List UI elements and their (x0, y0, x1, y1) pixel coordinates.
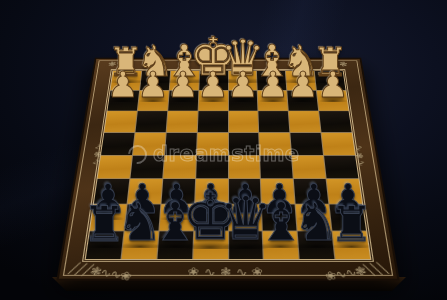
square-g7 (125, 205, 160, 231)
square-d6 (229, 179, 262, 204)
square-b3 (289, 111, 321, 132)
square-f7 (159, 205, 194, 231)
square-a6 (327, 179, 362, 204)
square-c1 (257, 71, 286, 90)
square-h1 (111, 71, 142, 90)
square-c6 (261, 179, 295, 204)
frame-carving-ornament: ❀∿∿❃╲╲╲ (324, 262, 388, 282)
square-d7 (229, 205, 263, 231)
square-d4 (228, 133, 259, 155)
square-h4 (101, 133, 134, 155)
square-c4 (260, 133, 292, 155)
square-e5 (196, 155, 228, 178)
frame-carving-ornament: ❋∿❃ (323, 58, 349, 68)
square-b4 (291, 133, 323, 155)
square-h3 (104, 111, 136, 132)
square-a1 (315, 71, 346, 90)
square-d3 (228, 111, 258, 132)
square-g3 (135, 111, 167, 132)
square-f2 (168, 91, 198, 111)
square-b6 (294, 179, 328, 204)
square-b7 (296, 205, 331, 231)
square-f5 (163, 155, 196, 178)
square-e7 (194, 205, 228, 231)
square-b5 (292, 155, 325, 178)
square-f1 (169, 71, 198, 90)
square-e6 (195, 179, 228, 204)
square-a5 (324, 155, 358, 178)
frame-carving-ornament: ❀∿❃∿❀ (188, 266, 268, 277)
square-c7 (262, 205, 297, 231)
square-h5 (98, 155, 132, 178)
square-h8 (86, 231, 124, 259)
square-g6 (128, 179, 162, 204)
square-c8 (263, 231, 299, 259)
square-e8 (193, 231, 228, 259)
square-c2 (258, 91, 288, 111)
square-f4 (165, 133, 197, 155)
square-a3 (319, 111, 351, 132)
square-b8 (298, 231, 335, 259)
square-e1 (199, 71, 228, 90)
square-a7 (330, 205, 366, 231)
square-d1 (228, 71, 257, 90)
square-b2 (287, 91, 318, 111)
frame-carving-ornament: ∿❀∿ (213, 60, 244, 66)
square-e3 (197, 111, 227, 132)
square-c3 (259, 111, 290, 132)
square-a4 (322, 133, 355, 155)
square-b1 (286, 71, 316, 90)
square-e2 (198, 91, 227, 111)
frame-carving-ornament: ❃∿❋ (108, 58, 134, 68)
square-a2 (317, 91, 348, 111)
square-e4 (197, 133, 228, 155)
square-a8 (333, 231, 371, 259)
chess-board: ❃∿❋∿❀∿❋∿❃∿❃∿∿❃∿╱╱╱❃∿∿❀❀∿❃∿❀❀∿∿❃╲╲╲ (56, 58, 399, 281)
square-g5 (130, 155, 163, 178)
square-f3 (166, 111, 197, 132)
photo-scene: ❃∿❋∿❀∿❋∿❃∿❃∿∿❃∿╱╱╱❃∿∿❀❀∿❃∿❀❀∿∿❃╲╲╲ ♜♞♝♚♛… (0, 0, 447, 300)
square-g2 (138, 91, 169, 111)
square-h6 (94, 179, 129, 204)
frame-carving-ornament: ╱╱╱❃∿∿❀ (68, 262, 132, 282)
square-f8 (157, 231, 193, 259)
square-h2 (108, 91, 139, 111)
square-h7 (90, 205, 126, 231)
square-d5 (229, 155, 261, 178)
square-d2 (228, 91, 257, 111)
square-g1 (140, 71, 170, 90)
square-g8 (121, 231, 158, 259)
square-c5 (260, 155, 293, 178)
board-squares-grid (85, 70, 372, 259)
square-g4 (133, 133, 165, 155)
square-d8 (229, 231, 264, 259)
square-f6 (161, 179, 195, 204)
